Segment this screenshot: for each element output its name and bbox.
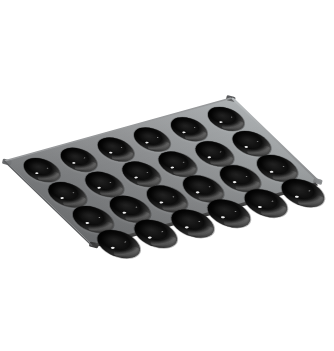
product-photo bbox=[0, 0, 334, 351]
baking-mold bbox=[5, 98, 319, 245]
cavity-grid bbox=[11, 102, 313, 242]
